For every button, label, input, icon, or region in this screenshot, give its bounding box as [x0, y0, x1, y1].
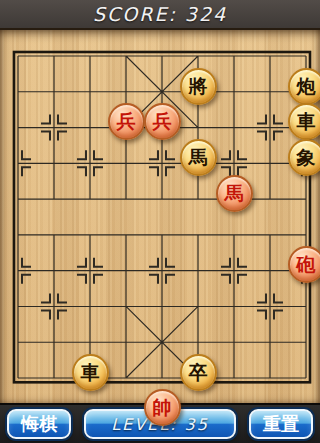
piece-red-horse[interactable]: 馬 [216, 175, 253, 212]
piece-character: 馬 [225, 184, 244, 203]
piece-black-cannon[interactable]: 炮 [288, 68, 320, 105]
score-bar: SCORE: 324 [0, 0, 320, 30]
board-grid[interactable]: 將炮兵兵車馬象馬砲車卒帥 [0, 68, 320, 426]
piece-red-general[interactable]: 帥 [144, 389, 181, 426]
piece-red-cannon[interactable]: 砲 [288, 246, 320, 283]
piece-character: 卒 [189, 363, 208, 382]
piece-character: 帥 [153, 398, 172, 417]
piece-character: 車 [81, 363, 100, 382]
reset-button[interactable]: 重置 [249, 409, 313, 439]
score-label: SCORE: [93, 3, 177, 25]
xiangqi-app: SCORE: 324 將炮兵兵車馬象馬砲車卒帥 悔棋 LEVEL: 35 重置 [0, 0, 320, 443]
piece-black-elephant[interactable]: 象 [288, 139, 320, 176]
piece-character: 車 [297, 112, 316, 131]
piece-character: 象 [297, 148, 316, 167]
piece-character: 炮 [297, 77, 316, 96]
piece-character: 馬 [189, 148, 208, 167]
piece-character: 兵 [117, 112, 136, 131]
score-value: 324 [185, 3, 227, 25]
piece-character: 將 [189, 77, 208, 96]
level-value: 35 [185, 415, 209, 434]
piece-black-chariot-1[interactable]: 車 [288, 103, 320, 140]
piece-red-soldier-2[interactable]: 兵 [144, 103, 181, 140]
piece-black-soldier[interactable]: 卒 [180, 354, 217, 391]
piece-black-horse[interactable]: 馬 [180, 139, 217, 176]
piece-red-soldier-1[interactable]: 兵 [108, 103, 145, 140]
piece-character: 砲 [297, 255, 316, 274]
board: 將炮兵兵車馬象馬砲車卒帥 [0, 30, 320, 403]
undo-button[interactable]: 悔棋 [7, 409, 71, 439]
piece-character: 兵 [153, 112, 172, 131]
piece-black-general[interactable]: 將 [180, 68, 217, 105]
piece-black-chariot-2[interactable]: 車 [72, 354, 109, 391]
